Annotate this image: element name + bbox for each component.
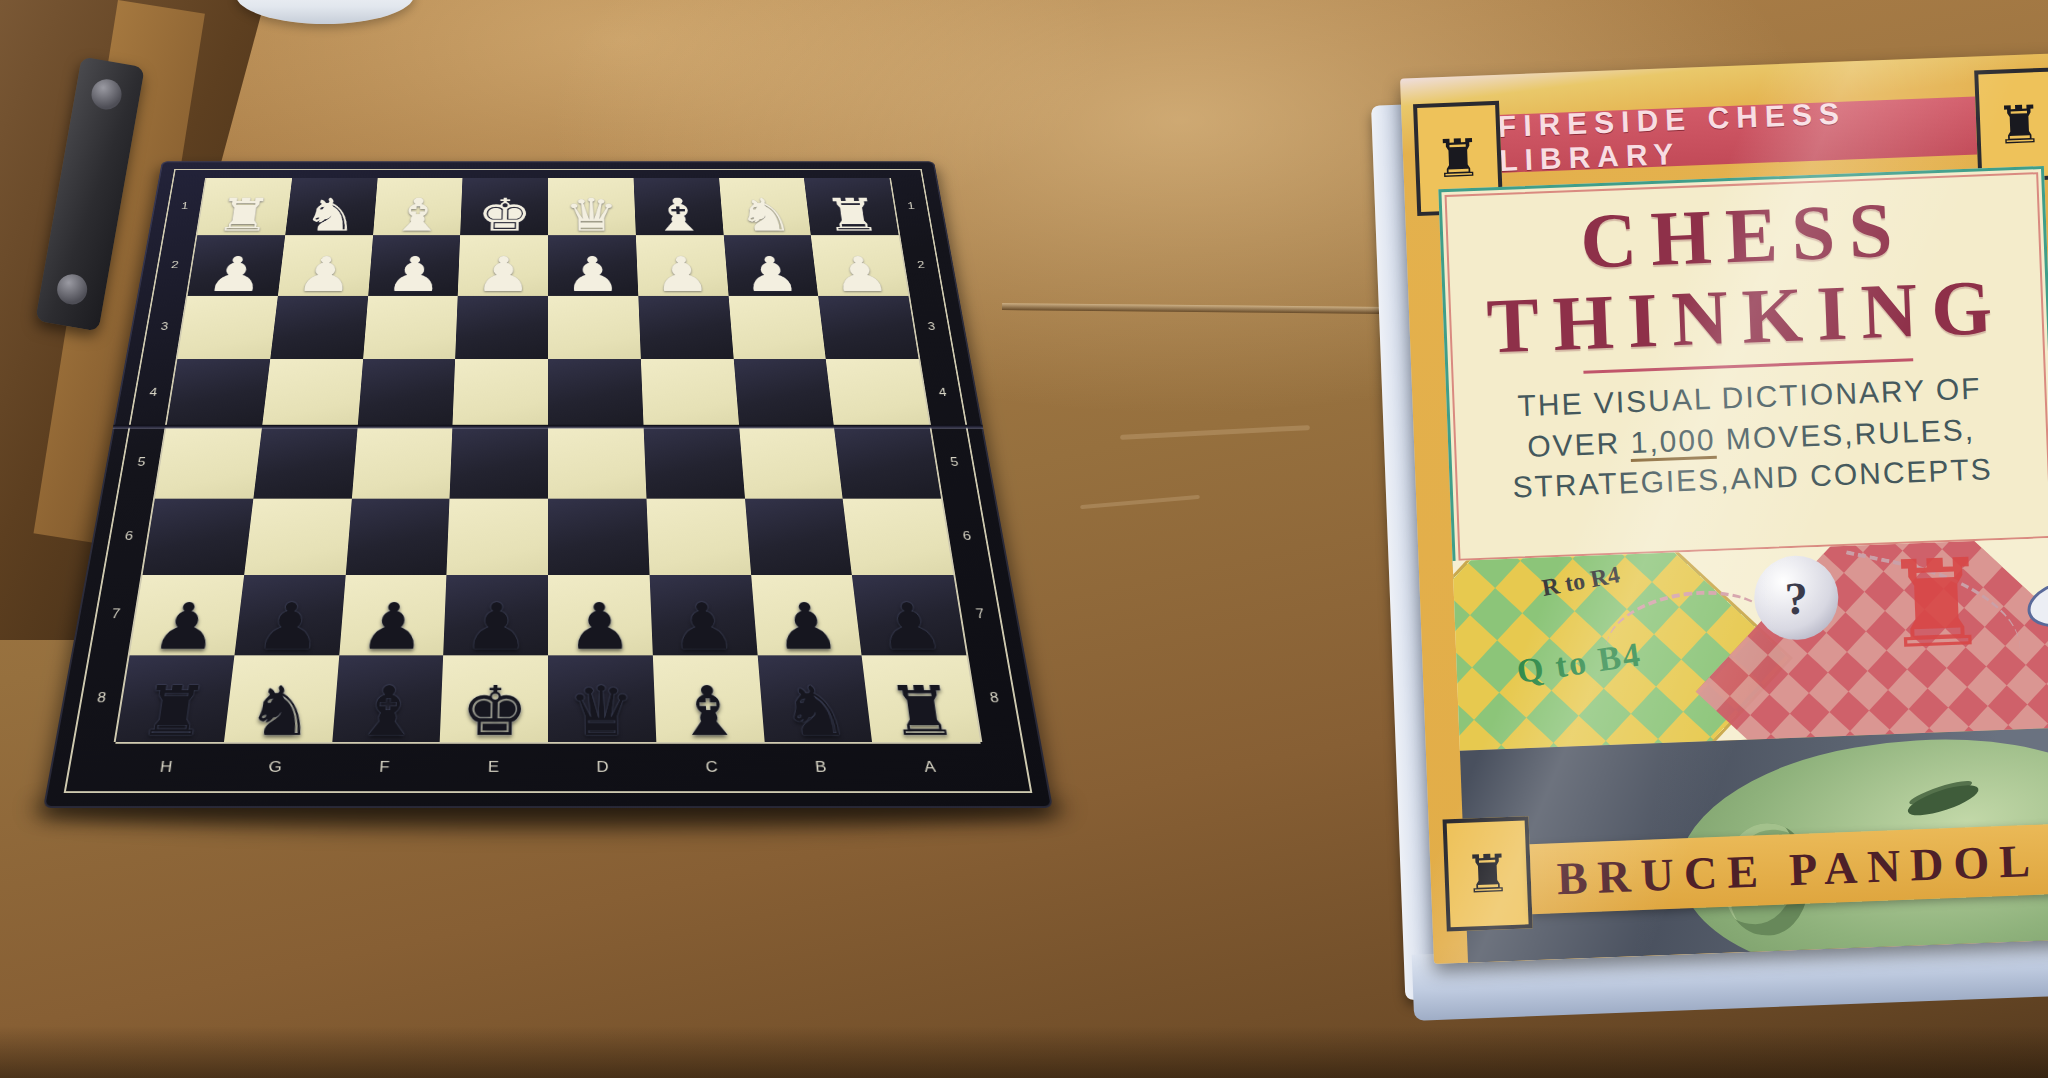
square: ♞: [224, 656, 339, 742]
square: ♜: [197, 178, 292, 235]
chess-thinking-book: FIRESIDE CHESS LIBRARY ♜ ♜ CHESS THINKIN…: [1370, 53, 2048, 1027]
black-pawn: ♟: [339, 595, 446, 659]
question-ball-icon: ?: [1753, 554, 1840, 641]
square: ♟: [130, 575, 244, 656]
wood-scratch: [1120, 425, 1310, 440]
coordinate-label: 5: [949, 456, 959, 469]
book-title-line2: THINKING: [1485, 266, 2007, 367]
black-pawn: ♟: [234, 595, 344, 659]
square: ♝: [633, 178, 723, 235]
face-illustration-panel: [1460, 726, 2048, 962]
square: ♝: [332, 656, 444, 742]
square: [739, 427, 843, 499]
white-pawn: ♟: [548, 250, 638, 298]
book-title-line1: CHESS: [1579, 188, 1908, 282]
coordinate-label: 4: [938, 386, 948, 398]
table-shadow: [0, 1026, 2048, 1078]
square: [548, 295, 641, 359]
square: [262, 359, 363, 427]
square: [548, 498, 649, 574]
coordinate-label: 7: [110, 607, 121, 622]
coordinate-label: 2: [917, 259, 926, 270]
square: ♟: [852, 575, 966, 656]
move-annotation-1: R to R4: [1540, 561, 1622, 602]
corner-rook-box: ♜: [1413, 101, 1503, 216]
white-knight: ♞: [285, 192, 376, 237]
white-pawn: ♟: [368, 250, 460, 298]
green-face: [1664, 726, 2048, 962]
coordinate-label: E: [488, 758, 500, 776]
square: [270, 295, 368, 359]
square: ♟: [443, 575, 548, 656]
square: [345, 498, 449, 574]
black-pawn: ♟: [854, 595, 966, 659]
square: ♚: [460, 178, 548, 235]
coordinate-label: 1: [907, 201, 916, 211]
square: ♜: [862, 656, 981, 742]
square: ♚: [440, 656, 548, 742]
square: [447, 498, 548, 574]
square: [728, 295, 826, 359]
square: ♝: [653, 656, 765, 742]
coordinate-label: A: [923, 758, 937, 776]
square: ♟: [649, 575, 757, 656]
rook-icon: ♜: [1434, 132, 1483, 186]
black-pawn: ♟: [752, 595, 862, 659]
white-rook: ♜: [806, 192, 899, 237]
white-pawn: ♟: [277, 250, 371, 298]
square: ♟: [339, 575, 447, 656]
cover-illustration: R to R4 Q to B4 ? ♜: [1453, 538, 2048, 751]
chess-board: 12345678 ♜♞♝♚♛♝♞♜♟♟♟♟♟♟♟♟♟♟♟♟♟♟♟♟♜♞♝♚♛♝♞…: [43, 161, 1053, 808]
square: [253, 427, 357, 499]
black-pawn: ♟: [650, 595, 757, 659]
square: [638, 295, 733, 359]
square: [733, 359, 834, 427]
square: [244, 498, 351, 574]
square: [643, 427, 744, 499]
coordinate-label: 3: [160, 321, 169, 333]
coordinate-label: B: [814, 758, 827, 776]
white-pawn: ♟: [458, 250, 548, 298]
rook-icon: ♜: [1463, 847, 1512, 901]
white-rook: ♜: [197, 192, 290, 237]
board-frame: 12345678 ♜♞♝♚♛♝♞♜♟♟♟♟♟♟♟♟♟♟♟♟♟♟♟♟♜♞♝♚♛♝♞…: [43, 161, 1053, 808]
square: [166, 359, 270, 427]
coordinate-label: F: [379, 758, 390, 776]
white-pawn: ♟: [636, 250, 728, 298]
square: ♟: [234, 575, 345, 656]
square: [826, 359, 930, 427]
white-pawn: ♟: [813, 250, 909, 298]
square: ♛: [548, 656, 656, 742]
wood-scratch: [1080, 495, 1200, 509]
corner-rook-box: ♜: [1974, 67, 2048, 182]
red-rook-icon: ♜: [1880, 538, 1978, 701]
white-bowl: [236, 0, 414, 24]
black-pawn: ♟: [548, 595, 653, 659]
black-pawn: ♟: [443, 595, 548, 659]
white-king: ♚: [460, 192, 548, 237]
corner-rook-box: ♜: [1443, 816, 1533, 931]
square: ♝: [373, 178, 463, 235]
subtitle-line2-num: 1,000: [1630, 423, 1716, 462]
square: [548, 359, 643, 427]
black-king: ♚: [440, 677, 548, 745]
square: ♜: [804, 178, 899, 235]
black-knight: ♞: [223, 677, 337, 745]
square: ♟: [811, 235, 908, 295]
eye-icon: [2022, 572, 2048, 634]
series-banner: FIRESIDE CHESS LIBRARY: [1498, 97, 1978, 173]
black-queen: ♛: [548, 677, 656, 745]
square: [363, 295, 458, 359]
ear-illustration: [1718, 819, 1815, 939]
coordinate-label: 4: [148, 386, 158, 398]
square: [641, 359, 739, 427]
square: ♟: [368, 235, 461, 295]
coordinate-label: 5: [137, 456, 147, 469]
square: [818, 295, 918, 359]
face-eye: [1905, 779, 1982, 821]
coordinate-label: 7: [975, 607, 986, 622]
square: ♟: [548, 575, 653, 656]
title-panel: CHESS THINKING THE VISUAL DICTIONARY OF …: [1438, 166, 2048, 567]
square: [834, 427, 941, 499]
coordinate-label: C: [705, 758, 718, 776]
black-rook: ♜: [115, 677, 231, 745]
square: ♟: [458, 235, 548, 295]
square: [177, 295, 277, 359]
white-bishop: ♝: [372, 192, 462, 237]
author-banner: BRUCE PANDOL: [1530, 822, 2048, 914]
coordinate-label: D: [596, 758, 608, 776]
green-checkerboard: [1453, 538, 1789, 751]
coordinate-label: 6: [124, 529, 134, 543]
coordinate-label: 2: [170, 259, 179, 270]
black-bishop: ♝: [332, 677, 443, 745]
square: [357, 359, 455, 427]
square: [455, 295, 548, 359]
square: ♟: [548, 235, 638, 295]
white-pawn: ♟: [187, 250, 283, 298]
square: ♜: [116, 656, 235, 742]
black-knight: ♞: [759, 677, 873, 745]
book-subtitle: THE VISUAL DICTIONARY OF OVER 1,000 MOVE…: [1509, 368, 1994, 508]
subtitle-line2-post: MOVES,RULES,: [1715, 413, 1975, 456]
coordinate-label: 3: [927, 321, 936, 333]
author-name: BRUCE PANDOL: [1530, 833, 2041, 906]
black-pawn: ♟: [129, 595, 241, 659]
subtitle-line3: STRATEGIES,AND CONCEPTS: [1512, 452, 1993, 503]
square: [843, 498, 954, 574]
dashed-path: [1827, 550, 2032, 681]
square: ♞: [757, 656, 872, 742]
coordinate-label: 8: [989, 690, 1000, 706]
square: [155, 427, 262, 499]
board-squares: ♜♞♝♚♛♝♞♜♟♟♟♟♟♟♟♟♟♟♟♟♟♟♟♟♜♞♝♚♛♝♞♜: [116, 178, 981, 742]
move-annotation-2: Q to B4: [1515, 635, 1645, 691]
coordinate-label: 8: [96, 690, 107, 706]
black-bishop: ♝: [653, 677, 764, 745]
black-rook: ♜: [864, 677, 980, 745]
board-top-band: [174, 170, 922, 178]
square: ♞: [719, 178, 811, 235]
square: [548, 427, 646, 499]
square: [143, 498, 254, 574]
book-cover: FIRESIDE CHESS LIBRARY ♜ ♜ CHESS THINKIN…: [1400, 53, 2048, 964]
white-knight: ♞: [720, 192, 811, 237]
rook-icon: ♜: [1995, 98, 2044, 152]
subtitle-line1: THE VISUAL DICTIONARY OF: [1517, 372, 1982, 423]
dashed-path: [1600, 580, 1782, 697]
red-checkerboard: [1696, 538, 2048, 751]
square: [646, 498, 750, 574]
square: [351, 427, 452, 499]
board-fold-hinge: [113, 425, 984, 429]
square: [745, 498, 852, 574]
coordinate-label: 6: [962, 529, 972, 543]
square: ♛: [548, 178, 636, 235]
coordinate-label: H: [159, 758, 174, 776]
title-underline: [1583, 358, 1913, 374]
square: ♟: [188, 235, 285, 295]
coordinate-label: G: [268, 758, 283, 776]
coordinate-label: 1: [180, 201, 189, 211]
square: ♟: [636, 235, 729, 295]
white-queen: ♛: [548, 192, 636, 237]
white-bishop: ♝: [634, 192, 724, 237]
white-pawn: ♟: [725, 250, 819, 298]
square: ♟: [751, 575, 862, 656]
file-labels: HGFEDCBA: [108, 742, 989, 791]
square: [453, 359, 548, 427]
subtitle-line2-pre: OVER: [1527, 426, 1632, 463]
square: [450, 427, 548, 499]
square: ♟: [278, 235, 373, 295]
square: ♞: [285, 178, 377, 235]
square: ♟: [723, 235, 818, 295]
